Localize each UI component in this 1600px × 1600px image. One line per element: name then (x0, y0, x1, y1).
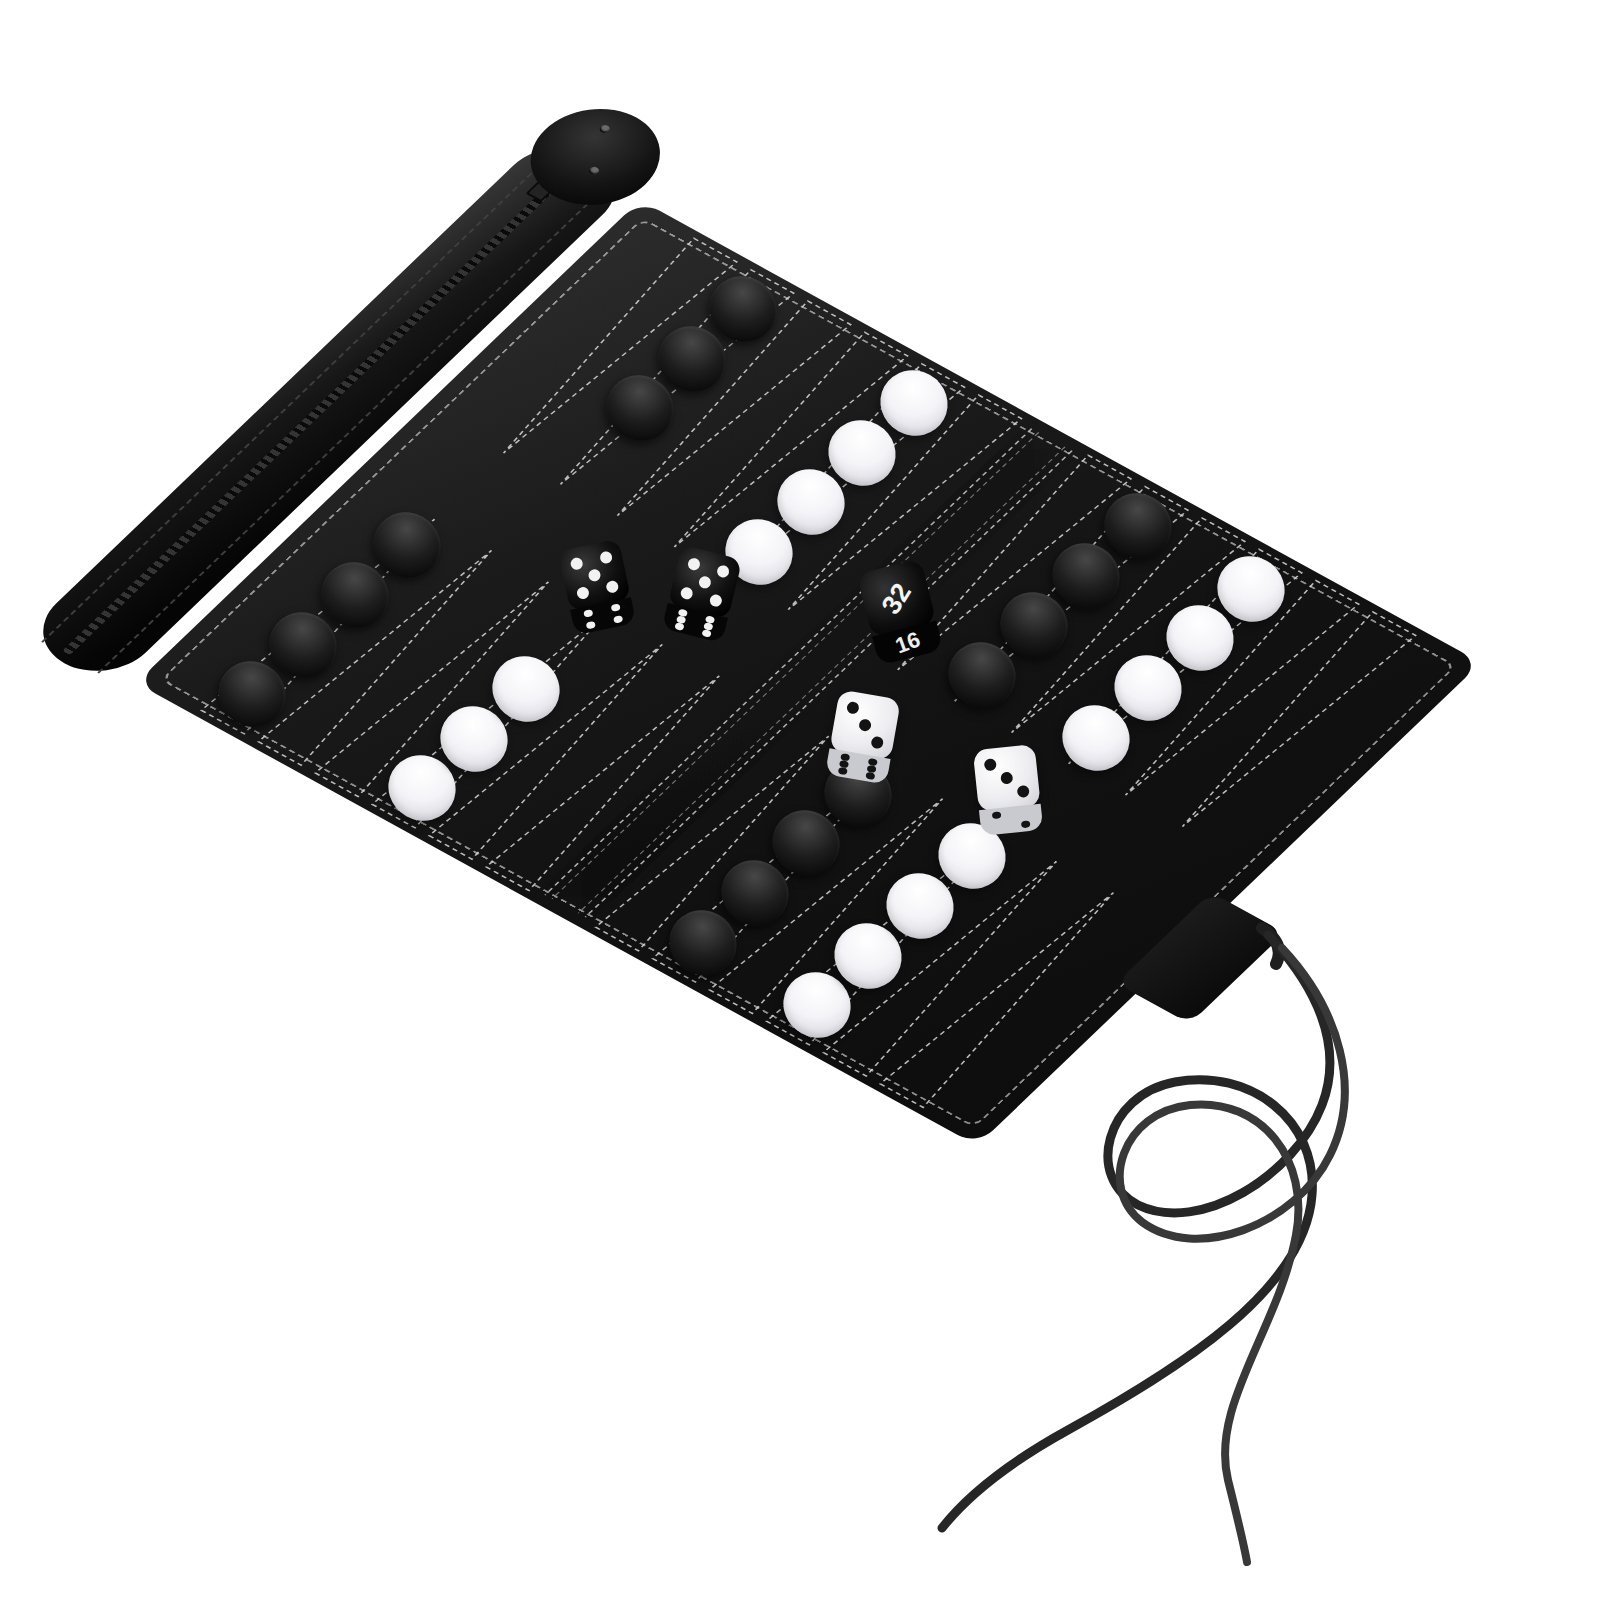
die-pip (1000, 771, 1013, 784)
die-pip (984, 758, 997, 771)
die-pip (585, 621, 595, 630)
die-pip (583, 609, 593, 618)
die-pip (870, 735, 884, 749)
die-pip (716, 564, 731, 579)
die-pip (698, 575, 713, 590)
die-front-face (979, 804, 1043, 836)
black-die-5[interactable] (558, 538, 637, 635)
die-pip (680, 586, 695, 601)
die-pip (846, 701, 860, 715)
die-pip (838, 766, 848, 774)
product-photo-scene: 32 16 (0, 0, 1600, 1600)
doubling-cube[interactable]: 32 16 (857, 558, 944, 665)
die-pip (991, 811, 1001, 819)
die-top-face (973, 744, 1041, 812)
die-pip (613, 615, 623, 624)
die-pip (1016, 785, 1029, 798)
die-pip (599, 550, 613, 564)
die-pip (1021, 820, 1031, 828)
die-pip (866, 771, 876, 779)
white-die-3[interactable] (825, 689, 901, 784)
pieces-layer: 32 16 (0, 0, 1600, 1600)
die-pip (576, 586, 590, 600)
die-pip (708, 593, 723, 608)
die-pip (605, 580, 619, 594)
black-die-5[interactable] (662, 545, 743, 643)
die-pip (611, 603, 621, 612)
die-pip (570, 557, 584, 571)
die-pip (687, 557, 702, 572)
die-pip (587, 568, 601, 582)
white-die-3[interactable] (973, 744, 1044, 836)
die-pip (858, 718, 872, 732)
